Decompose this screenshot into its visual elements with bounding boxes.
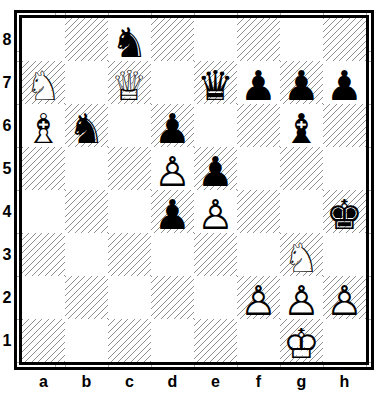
piece-white-pawn: ♟♙	[280, 280, 323, 323]
square-c3[interactable]	[108, 233, 151, 276]
square-e2[interactable]	[194, 276, 237, 319]
rank-labels: 87654321	[0, 18, 14, 362]
square-d5[interactable]: ♟♙	[151, 147, 194, 190]
piece-black-pawn: ♟	[151, 194, 194, 237]
square-d6[interactable]: ♟	[151, 104, 194, 147]
piece-black-pawn: ♟	[194, 151, 237, 194]
piece-black-queen: ♛	[194, 65, 237, 108]
square-h8[interactable]	[323, 18, 366, 61]
file-label-b: b	[65, 372, 108, 392]
black-bishop-glyph: ♝	[280, 108, 323, 151]
piece-white-pawn: ♟♙	[237, 280, 280, 323]
square-e5[interactable]: ♟	[194, 147, 237, 190]
piece-white-pawn: ♟♙	[323, 280, 366, 323]
rank-label-3: 3	[0, 233, 14, 276]
black-queen-glyph: ♛	[194, 65, 237, 108]
file-label-c: c	[108, 372, 151, 392]
square-c7[interactable]: ♛♕	[108, 61, 151, 104]
square-d4[interactable]: ♟	[151, 190, 194, 233]
piece-black-knight: ♞	[65, 108, 108, 151]
square-c6[interactable]	[108, 104, 151, 147]
black-knight-glyph: ♞	[108, 22, 151, 65]
square-g8[interactable]	[280, 18, 323, 61]
piece-white-pawn: ♟♙	[151, 151, 194, 194]
black-pawn-glyph: ♟	[237, 65, 280, 108]
file-label-d: d	[151, 372, 194, 392]
file-label-e: e	[194, 372, 237, 392]
white-pawn-outline: ♙	[194, 194, 237, 237]
square-b7[interactable]	[65, 61, 108, 104]
square-c4[interactable]	[108, 190, 151, 233]
square-g4[interactable]	[280, 190, 323, 233]
piece-white-knight: ♞♘	[22, 65, 65, 108]
white-pawn-outline: ♙	[323, 280, 366, 323]
square-d3[interactable]	[151, 233, 194, 276]
black-knight-glyph: ♞	[65, 108, 108, 151]
white-king-outline: ♔	[280, 323, 323, 366]
square-g2[interactable]: ♟♙	[280, 276, 323, 319]
board-frame-gap: ♞♞♘♛♕♛♟♟♟♝♗♞♟♝♟♙♟♟♟♙♚♞♘♟♙♟♙♟♙♚♔	[17, 13, 371, 367]
square-d7[interactable]	[151, 61, 194, 104]
chess-position-diagram: 87654321 ♞♞♘♛♕♛♟♟♟♝♗♞♟♝♟♙♟♟♟♙♚♞♘♟♙♟♙♟♙♚♔…	[0, 0, 387, 394]
file-label-a: a	[22, 372, 65, 392]
white-bishop-outline: ♗	[22, 108, 65, 151]
piece-white-pawn: ♟♙	[194, 194, 237, 237]
square-f5[interactable]	[237, 147, 280, 190]
square-f7[interactable]: ♟	[237, 61, 280, 104]
piece-black-king: ♚	[323, 194, 366, 237]
piece-black-pawn: ♟	[280, 65, 323, 108]
square-e1[interactable]	[194, 319, 237, 362]
black-king-glyph: ♚	[323, 194, 366, 237]
board-frame-inner: ♞♞♘♛♕♛♟♟♟♝♗♞♟♝♟♙♟♟♟♙♚♞♘♟♙♟♙♟♙♚♔	[19, 15, 369, 365]
piece-black-pawn: ♟	[237, 65, 280, 108]
piece-white-queen: ♛♕	[108, 65, 151, 108]
black-pawn-glyph: ♟	[151, 108, 194, 151]
square-b2[interactable]	[65, 276, 108, 319]
square-g5[interactable]	[280, 147, 323, 190]
piece-white-king: ♚♔	[280, 323, 323, 366]
square-h1[interactable]	[323, 319, 366, 362]
white-pawn-outline: ♙	[237, 280, 280, 323]
square-b5[interactable]	[65, 147, 108, 190]
square-d2[interactable]	[151, 276, 194, 319]
piece-black-pawn: ♟	[151, 108, 194, 151]
square-f3[interactable]	[237, 233, 280, 276]
square-a5[interactable]	[22, 147, 65, 190]
file-label-f: f	[237, 372, 280, 392]
white-pawn-outline: ♙	[151, 151, 194, 194]
rank-label-4: 4	[0, 190, 14, 233]
square-h2[interactable]: ♟♙	[323, 276, 366, 319]
square-h5[interactable]	[323, 147, 366, 190]
board-frame-outer: ♞♞♘♛♕♛♟♟♟♝♗♞♟♝♟♙♟♟♟♙♚♞♘♟♙♟♙♟♙♚♔	[14, 10, 374, 370]
rank-label-5: 5	[0, 147, 14, 190]
rank-label-2: 2	[0, 276, 14, 319]
square-a6[interactable]: ♝♗	[22, 104, 65, 147]
file-label-g: g	[280, 372, 323, 392]
square-a4[interactable]	[22, 190, 65, 233]
square-f4[interactable]	[237, 190, 280, 233]
black-pawn-glyph: ♟	[280, 65, 323, 108]
file-label-h: h	[323, 372, 366, 392]
square-f1[interactable]	[237, 319, 280, 362]
square-e4[interactable]: ♟♙	[194, 190, 237, 233]
square-h4[interactable]: ♚	[323, 190, 366, 233]
piece-white-bishop: ♝♗	[22, 108, 65, 151]
square-a8[interactable]	[22, 18, 65, 61]
square-e3[interactable]	[194, 233, 237, 276]
square-c5[interactable]	[108, 147, 151, 190]
square-c2[interactable]	[108, 276, 151, 319]
square-f2[interactable]: ♟♙	[237, 276, 280, 319]
square-d1[interactable]	[151, 319, 194, 362]
square-h6[interactable]	[323, 104, 366, 147]
square-g7[interactable]: ♟	[280, 61, 323, 104]
square-d8[interactable]	[151, 18, 194, 61]
rank-label-1: 1	[0, 319, 14, 362]
white-queen-outline: ♕	[108, 65, 151, 108]
square-a3[interactable]	[22, 233, 65, 276]
square-f8[interactable]	[237, 18, 280, 61]
square-a7[interactable]: ♞♘	[22, 61, 65, 104]
square-a2[interactable]	[22, 276, 65, 319]
white-knight-outline: ♘	[280, 237, 323, 280]
black-pawn-glyph: ♟	[194, 151, 237, 194]
piece-black-knight: ♞	[108, 22, 151, 65]
square-e6[interactable]	[194, 104, 237, 147]
rank-label-8: 8	[0, 18, 14, 61]
square-b1[interactable]	[65, 319, 108, 362]
square-h3[interactable]	[323, 233, 366, 276]
square-g6[interactable]: ♝	[280, 104, 323, 147]
piece-black-pawn: ♟	[323, 65, 366, 108]
white-knight-outline: ♘	[22, 65, 65, 108]
square-b6[interactable]: ♞	[65, 104, 108, 147]
square-h7[interactable]: ♟	[323, 61, 366, 104]
square-a1[interactable]	[22, 319, 65, 362]
rank-label-7: 7	[0, 61, 14, 104]
file-labels: abcdefgh	[22, 372, 366, 392]
square-c1[interactable]	[108, 319, 151, 362]
square-g1[interactable]: ♚♔	[280, 319, 323, 362]
black-pawn-glyph: ♟	[151, 194, 194, 237]
square-b4[interactable]	[65, 190, 108, 233]
square-f6[interactable]	[237, 104, 280, 147]
square-b3[interactable]	[65, 233, 108, 276]
piece-black-bishop: ♝	[280, 108, 323, 151]
chess-board: ♞♞♘♛♕♛♟♟♟♝♗♞♟♝♟♙♟♟♟♙♚♞♘♟♙♟♙♟♙♚♔	[22, 18, 366, 362]
square-b8[interactable]	[65, 18, 108, 61]
square-c8[interactable]: ♞	[108, 18, 151, 61]
white-pawn-outline: ♙	[280, 280, 323, 323]
square-e8[interactable]	[194, 18, 237, 61]
black-pawn-glyph: ♟	[323, 65, 366, 108]
piece-white-knight: ♞♘	[280, 237, 323, 280]
square-g3[interactable]: ♞♘	[280, 233, 323, 276]
rank-label-6: 6	[0, 104, 14, 147]
square-e7[interactable]: ♛	[194, 61, 237, 104]
